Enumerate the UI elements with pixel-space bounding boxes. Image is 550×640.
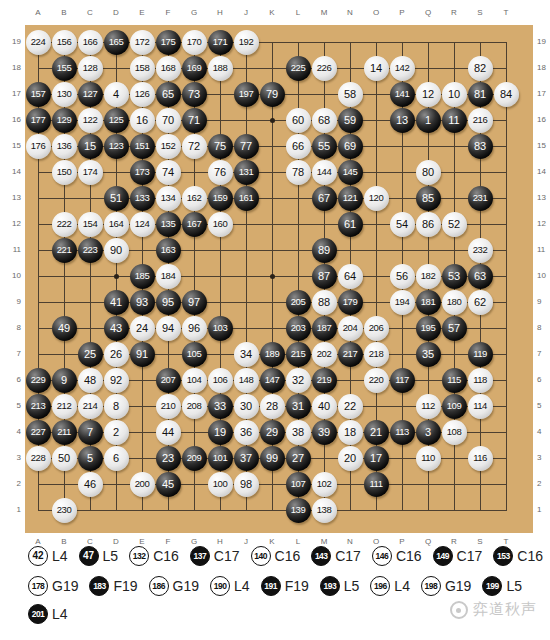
caption-stone-icon-140: 140	[251, 546, 271, 566]
stone-P10: 56	[390, 264, 415, 289]
caption-stone-icon-143: 143	[311, 546, 331, 566]
caption-entry-42: 42L4	[28, 546, 68, 566]
caption-point-label: G19	[173, 578, 199, 594]
stone-N10: 64	[338, 264, 363, 289]
watermark-text: 弈道秋声	[473, 600, 537, 619]
stone-E14: 173	[130, 160, 155, 185]
stone-G17: 73	[182, 82, 207, 107]
stone-G19: 170	[182, 30, 207, 55]
caption-row-3: 201L4	[28, 604, 68, 624]
caption-point-label: G19	[445, 578, 471, 594]
col-label-top-M: M	[318, 8, 330, 17]
stone-J6: 148	[234, 368, 259, 393]
stone-P6: 117	[390, 368, 415, 393]
stone-R17: 10	[442, 82, 467, 107]
stone-E7: 91	[130, 342, 155, 367]
stone-F18: 168	[156, 56, 181, 81]
col-label-bottom-Q: Q	[422, 537, 434, 546]
stone-A4: 227	[26, 420, 51, 445]
stone-F5: 210	[156, 394, 181, 419]
stone-N13: 121	[338, 186, 363, 211]
stone-B8: 49	[52, 316, 77, 341]
stone-O6: 220	[364, 368, 389, 393]
caption-entry-153: 153C16	[493, 546, 543, 566]
stone-G7: 105	[182, 342, 207, 367]
row-label-right-12: 12	[537, 219, 550, 229]
stone-S5: 114	[468, 394, 493, 419]
stone-G5: 208	[182, 394, 207, 419]
stone-O18: 14	[364, 56, 389, 81]
caption-stone-icon-196: 196	[370, 576, 390, 596]
stone-M14: 144	[312, 160, 337, 185]
caption-entry-140: 140C16	[251, 546, 301, 566]
stone-L1: 139	[286, 498, 311, 523]
col-label-bottom-E: E	[136, 537, 148, 546]
col-label-top-E: E	[136, 8, 148, 17]
stone-J15: 77	[234, 134, 259, 159]
stone-C14: 174	[78, 160, 103, 185]
stone-A17: 157	[26, 82, 51, 107]
caption-row-1: 42L447L5132C16137C17140C16143C17146C1614…	[28, 546, 543, 566]
stone-O8: 206	[364, 316, 389, 341]
stone-F16: 70	[156, 108, 181, 133]
col-label-top-H: H	[214, 8, 226, 17]
caption-point-label: C17	[457, 548, 483, 564]
stone-J4: 36	[234, 420, 259, 445]
stone-N9: 179	[338, 290, 363, 315]
stone-N15: 69	[338, 134, 363, 159]
caption-entry-178: 178G19	[28, 576, 78, 596]
stone-G15: 72	[182, 134, 207, 159]
caption-stone-icon-47: 47	[79, 546, 99, 566]
col-label-top-Q: Q	[422, 8, 434, 17]
stone-F11: 163	[156, 238, 181, 263]
stone-C11: 223	[78, 238, 103, 263]
caption-point-label: G19	[52, 578, 78, 594]
col-label-bottom-M: M	[318, 537, 330, 546]
row-label-left-7: 7	[0, 349, 21, 359]
stone-C15: 15	[78, 134, 103, 159]
caption-entry-183: 183F19	[89, 576, 137, 596]
stone-N4: 18	[338, 420, 363, 445]
stone-C7: 25	[78, 342, 103, 367]
stone-L6: 32	[286, 368, 311, 393]
row-label-right-15: 15	[537, 141, 550, 151]
star-point	[270, 118, 275, 123]
stone-R8: 57	[442, 316, 467, 341]
stone-J13: 161	[234, 186, 259, 211]
row-label-left-17: 17	[0, 89, 21, 99]
caption-point-label: C16	[153, 548, 179, 564]
stone-D11: 90	[104, 238, 129, 263]
row-label-left-13: 13	[0, 193, 21, 203]
stone-R12: 52	[442, 212, 467, 237]
stone-E19: 172	[130, 30, 155, 55]
stone-E18: 158	[130, 56, 155, 81]
caption-point-label: C16	[517, 548, 543, 564]
stone-C3: 5	[78, 446, 103, 471]
stone-M13: 67	[312, 186, 337, 211]
stone-E17: 126	[130, 82, 155, 107]
stone-E16: 16	[130, 108, 155, 133]
col-label-bottom-J: J	[240, 537, 252, 546]
stone-M6: 219	[312, 368, 337, 393]
col-label-top-L: L	[292, 8, 304, 17]
stone-N8: 204	[338, 316, 363, 341]
caption-entry-137: 137C17	[190, 546, 240, 566]
stone-E13: 133	[130, 186, 155, 211]
row-label-right-19: 19	[537, 37, 550, 47]
caption-point-label: F19	[113, 578, 137, 594]
stone-M1: 138	[312, 498, 337, 523]
stone-M18: 226	[312, 56, 337, 81]
stone-N17: 58	[338, 82, 363, 107]
row-label-left-10: 10	[0, 271, 21, 281]
row-label-left-15: 15	[0, 141, 21, 151]
caption-entry-143: 143C17	[311, 546, 361, 566]
stone-O2: 111	[364, 472, 389, 497]
row-label-right-8: 8	[537, 323, 550, 333]
stone-S15: 83	[468, 134, 493, 159]
caption-point-label: C17	[335, 548, 361, 564]
caption-point-label: C16	[275, 548, 301, 564]
stone-Q13: 85	[416, 186, 441, 211]
stone-H6: 106	[208, 368, 233, 393]
stone-N14: 145	[338, 160, 363, 185]
stone-Q7: 35	[416, 342, 441, 367]
stone-S3: 116	[468, 446, 493, 471]
row-label-right-14: 14	[537, 167, 550, 177]
caption-stone-icon-183: 183	[89, 576, 109, 596]
row-label-left-1: 1	[0, 505, 21, 515]
stone-K7: 189	[260, 342, 285, 367]
caption-entry-146: 146C16	[372, 546, 422, 566]
stone-Q10: 182	[416, 264, 441, 289]
stone-Q17: 12	[416, 82, 441, 107]
col-label-top-D: D	[110, 8, 122, 17]
stone-M11: 89	[312, 238, 337, 263]
stone-M8: 187	[312, 316, 337, 341]
stone-L8: 203	[286, 316, 311, 341]
col-label-top-C: C	[84, 8, 96, 17]
stone-G12: 167	[182, 212, 207, 237]
stone-O7: 218	[364, 342, 389, 367]
caption-entry-191: 191F19	[261, 576, 309, 596]
stone-Q5: 112	[416, 394, 441, 419]
stone-D17: 4	[104, 82, 129, 107]
stone-B12: 222	[52, 212, 77, 237]
stone-E12: 124	[130, 212, 155, 237]
stone-A3: 228	[26, 446, 51, 471]
stone-Q9: 181	[416, 290, 441, 315]
caption-entry-193: 193L5	[320, 576, 360, 596]
stone-O3: 17	[364, 446, 389, 471]
row-label-left-2: 2	[0, 479, 21, 489]
col-label-top-G: G	[188, 8, 200, 17]
stone-M15: 55	[312, 134, 337, 159]
stone-S9: 62	[468, 290, 493, 315]
caption-stone-icon-132: 132	[129, 546, 149, 566]
stone-J19: 192	[234, 30, 259, 55]
row-label-left-8: 8	[0, 323, 21, 333]
col-label-top-B: B	[58, 8, 70, 17]
col-label-bottom-H: H	[214, 537, 226, 546]
stone-S18: 82	[468, 56, 493, 81]
stone-C17: 127	[78, 82, 103, 107]
caption-point-label: C17	[214, 548, 240, 564]
stone-A16: 177	[26, 108, 51, 133]
stone-E8: 24	[130, 316, 155, 341]
caption-point-label: L4	[52, 606, 68, 622]
caption-row-2: 178G19183F19186G19190L4191F19193L5196L41…	[28, 576, 522, 596]
stone-L14: 78	[286, 160, 311, 185]
star-point	[270, 274, 275, 279]
row-label-right-11: 11	[537, 245, 550, 255]
stone-D5: 8	[104, 394, 129, 419]
stone-D4: 2	[104, 420, 129, 445]
stone-S10: 63	[468, 264, 493, 289]
col-label-top-O: O	[370, 8, 382, 17]
stone-F9: 95	[156, 290, 181, 315]
stone-P12: 54	[390, 212, 415, 237]
stone-L7: 215	[286, 342, 311, 367]
col-label-bottom-C: C	[84, 537, 96, 546]
stone-K17: 79	[260, 82, 285, 107]
col-label-top-S: S	[474, 8, 486, 17]
stone-M16: 68	[312, 108, 337, 133]
stone-S16: 216	[468, 108, 493, 133]
col-label-bottom-G: G	[188, 537, 200, 546]
stone-L9: 205	[286, 290, 311, 315]
stone-L18: 225	[286, 56, 311, 81]
stone-D15: 123	[104, 134, 129, 159]
caption-stone-icon-190: 190	[210, 576, 230, 596]
row-label-right-13: 13	[537, 193, 550, 203]
caption-stone-icon-146: 146	[372, 546, 392, 566]
stone-D12: 164	[104, 212, 129, 237]
stone-R10: 53	[442, 264, 467, 289]
row-label-left-18: 18	[0, 63, 21, 73]
stone-K5: 28	[260, 394, 285, 419]
stone-H3: 101	[208, 446, 233, 471]
stone-E10: 185	[130, 264, 155, 289]
watermark-logo-icon	[450, 601, 468, 619]
stone-S17: 81	[468, 82, 493, 107]
stone-F6: 207	[156, 368, 181, 393]
stone-L3: 27	[286, 446, 311, 471]
caption-entry-132: 132C16	[129, 546, 179, 566]
stone-B6: 9	[52, 368, 77, 393]
caption-stone-icon-42: 42	[28, 546, 48, 566]
stone-B14: 150	[52, 160, 77, 185]
star-point	[114, 274, 119, 279]
stone-G16: 71	[182, 108, 207, 133]
stone-D13: 51	[104, 186, 129, 211]
stone-D9: 41	[104, 290, 129, 315]
stone-A15: 176	[26, 134, 51, 159]
stone-G18: 169	[182, 56, 207, 81]
caption-stone-icon-198: 198	[421, 576, 441, 596]
row-label-right-9: 9	[537, 297, 550, 307]
stone-E2: 200	[130, 472, 155, 497]
caption-stone-icon-186: 186	[149, 576, 169, 596]
stone-R5: 109	[442, 394, 467, 419]
caption-stone-icon-137: 137	[190, 546, 210, 566]
row-label-left-6: 6	[0, 375, 21, 385]
stone-B16: 129	[52, 108, 77, 133]
stone-F3: 23	[156, 446, 181, 471]
stone-N16: 59	[338, 108, 363, 133]
go-board: 2241561661651721751701711921551281581681…	[25, 25, 533, 533]
col-label-top-P: P	[396, 8, 408, 17]
stone-L4: 38	[286, 420, 311, 445]
stone-B15: 136	[52, 134, 77, 159]
row-label-left-14: 14	[0, 167, 21, 177]
stone-K4: 29	[260, 420, 285, 445]
stone-H15: 75	[208, 134, 233, 159]
col-label-bottom-B: B	[58, 537, 70, 546]
stone-H18: 188	[208, 56, 233, 81]
stone-L5: 31	[286, 394, 311, 419]
col-label-top-T: T	[500, 8, 512, 17]
stone-J3: 37	[234, 446, 259, 471]
watermark: 弈道秋声	[450, 600, 537, 619]
caption-point-label: L5	[506, 578, 522, 594]
stone-M4: 39	[312, 420, 337, 445]
caption-stone-icon-149: 149	[433, 546, 453, 566]
col-label-top-K: K	[266, 8, 278, 17]
stone-L2: 107	[286, 472, 311, 497]
stone-S13: 231	[468, 186, 493, 211]
stone-J5: 30	[234, 394, 259, 419]
row-label-right-16: 16	[537, 115, 550, 125]
col-label-top-R: R	[448, 8, 460, 17]
row-label-right-3: 3	[537, 453, 550, 463]
stone-E9: 93	[130, 290, 155, 315]
stone-N3: 20	[338, 446, 363, 471]
stone-G6: 104	[182, 368, 207, 393]
stone-F13: 134	[156, 186, 181, 211]
caption-entry-47: 47L5	[79, 546, 119, 566]
col-label-top-N: N	[344, 8, 356, 17]
stone-G3: 209	[182, 446, 207, 471]
row-label-left-4: 4	[0, 427, 21, 437]
stone-A6: 229	[26, 368, 51, 393]
stone-M9: 88	[312, 290, 337, 315]
caption-point-label: L4	[234, 578, 250, 594]
row-label-left-12: 12	[0, 219, 21, 229]
col-label-bottom-D: D	[110, 537, 122, 546]
stone-H12: 160	[208, 212, 233, 237]
col-label-bottom-T: T	[500, 537, 512, 546]
stone-S6: 118	[468, 368, 493, 393]
stone-D3: 6	[104, 446, 129, 471]
caption-stone-icon-199: 199	[482, 576, 502, 596]
stone-H2: 100	[208, 472, 233, 497]
row-label-right-4: 4	[537, 427, 550, 437]
row-label-right-2: 2	[537, 479, 550, 489]
stone-F19: 175	[156, 30, 181, 55]
stone-J17: 197	[234, 82, 259, 107]
col-label-bottom-S: S	[474, 537, 486, 546]
stone-D7: 26	[104, 342, 129, 367]
col-label-bottom-P: P	[396, 537, 408, 546]
caption-entry-199: 199L5	[482, 576, 522, 596]
stone-Q12: 86	[416, 212, 441, 237]
row-label-right-1: 1	[537, 505, 550, 515]
row-label-right-7: 7	[537, 349, 550, 359]
caption-stone-icon-178: 178	[28, 576, 48, 596]
row-label-right-10: 10	[537, 271, 550, 281]
caption-stone-icon-153: 153	[493, 546, 513, 566]
col-label-bottom-O: O	[370, 537, 382, 546]
caption-entry-198: 198G19	[421, 576, 471, 596]
stone-D19: 165	[104, 30, 129, 55]
stone-B19: 156	[52, 30, 77, 55]
stone-Q16: 1	[416, 108, 441, 133]
stone-B1: 230	[52, 498, 77, 523]
caption-entry-196: 196L4	[370, 576, 410, 596]
caption-point-label: F19	[285, 578, 309, 594]
col-label-bottom-A: A	[32, 537, 44, 546]
stone-G9: 97	[182, 290, 207, 315]
page-root: 2241561661651721751701711921551281581681…	[0, 0, 550, 640]
stone-M10: 87	[312, 264, 337, 289]
stone-P17: 141	[390, 82, 415, 107]
stone-D6: 92	[104, 368, 129, 393]
col-label-top-J: J	[240, 8, 252, 17]
col-label-top-F: F	[162, 8, 174, 17]
stone-P16: 13	[390, 108, 415, 133]
stone-M5: 40	[312, 394, 337, 419]
stone-F4: 44	[156, 420, 181, 445]
stone-H13: 159	[208, 186, 233, 211]
stone-L16: 60	[286, 108, 311, 133]
stone-P4: 113	[390, 420, 415, 445]
col-label-bottom-K: K	[266, 537, 278, 546]
caption-point-label: L4	[394, 578, 410, 594]
stone-F15: 152	[156, 134, 181, 159]
row-label-left-9: 9	[0, 297, 21, 307]
row-label-right-6: 6	[537, 375, 550, 385]
stone-H19: 171	[208, 30, 233, 55]
caption-point-label: C16	[396, 548, 422, 564]
stone-P9: 194	[390, 290, 415, 315]
stone-B18: 155	[52, 56, 77, 81]
stone-F12: 135	[156, 212, 181, 237]
stone-C5: 214	[78, 394, 103, 419]
row-label-right-17: 17	[537, 89, 550, 99]
stone-M7: 202	[312, 342, 337, 367]
stone-S7: 119	[468, 342, 493, 367]
stone-G13: 162	[182, 186, 207, 211]
caption-entry-190: 190L4	[210, 576, 250, 596]
stone-D8: 43	[104, 316, 129, 341]
stone-Q4: 3	[416, 420, 441, 445]
stone-F2: 45	[156, 472, 181, 497]
stone-H14: 76	[208, 160, 233, 185]
stone-C18: 128	[78, 56, 103, 81]
stone-S11: 232	[468, 238, 493, 263]
caption-point-label: L4	[52, 548, 68, 564]
stone-R6: 115	[442, 368, 467, 393]
row-label-left-19: 19	[0, 37, 21, 47]
stone-H8: 103	[208, 316, 233, 341]
stone-Q14: 80	[416, 160, 441, 185]
stone-A5: 213	[26, 394, 51, 419]
row-label-left-3: 3	[0, 453, 21, 463]
stone-N12: 61	[338, 212, 363, 237]
